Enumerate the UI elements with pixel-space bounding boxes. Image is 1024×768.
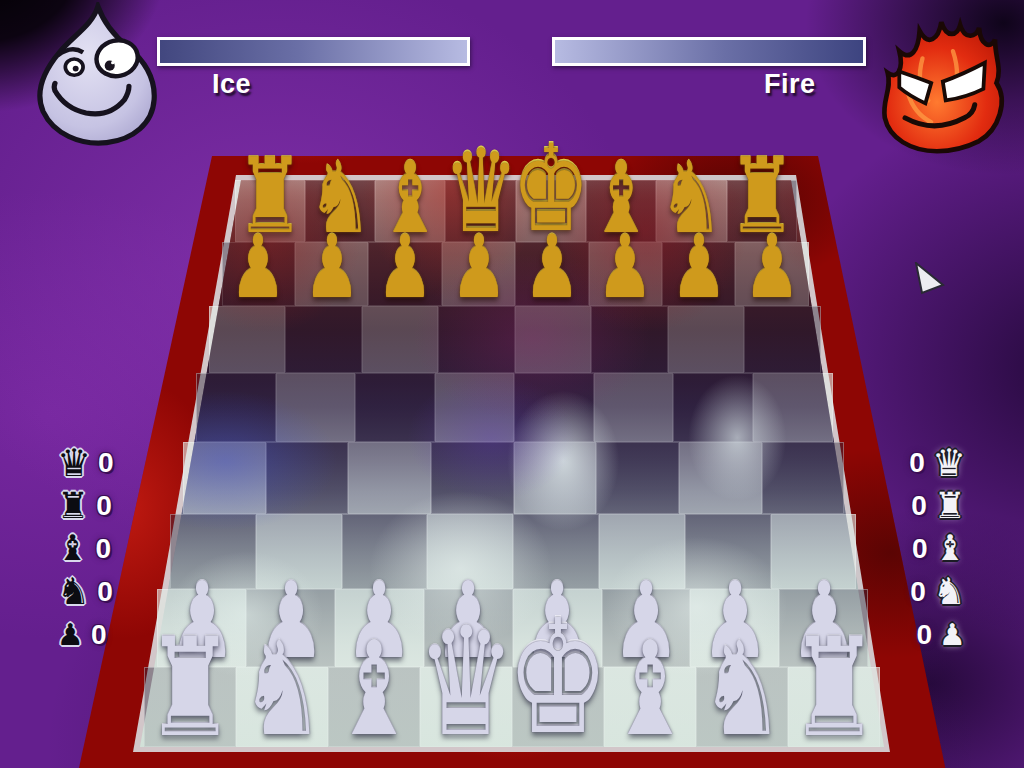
piece-fire-pawn[interactable]: ♟ xyxy=(377,231,434,305)
captured-count-rook: 0 xyxy=(96,490,112,522)
captured-right-pawn: 0♟ xyxy=(909,613,966,656)
captured-left-pawn: ♟0 xyxy=(57,613,114,656)
mouse-cursor-icon xyxy=(913,262,947,296)
square-d1[interactable]: ♛ xyxy=(420,667,512,747)
piece-ice-knight[interactable]: ♞ xyxy=(240,636,325,746)
ice-health-bar xyxy=(157,37,470,66)
piece-ice-knight[interactable]: ♞ xyxy=(700,636,785,746)
square-b7[interactable]: ♟ xyxy=(295,242,368,306)
captured-left-bishop: ♝0 xyxy=(57,527,114,570)
square-c7[interactable]: ♟ xyxy=(368,242,441,306)
pawn-icon: ♟ xyxy=(57,620,84,650)
fire-health-bar xyxy=(552,37,866,66)
square-a1[interactable]: ♜ xyxy=(144,667,236,747)
knight-icon: ♞ xyxy=(57,573,90,610)
captured-count-knight: 0 xyxy=(97,576,113,608)
captured-right-bishop: 0♝ xyxy=(909,527,966,570)
square-a4[interactable] xyxy=(183,442,266,514)
square-h1[interactable]: ♜ xyxy=(788,667,880,747)
captured-count-pawn: 0 xyxy=(917,619,933,651)
ice-health-fill xyxy=(160,40,467,63)
captured-right-queen: 0♛ xyxy=(909,441,966,484)
board-rank-4 xyxy=(183,442,844,514)
board-rank-1: ♜♞♝♛♚♝♞♜ xyxy=(144,667,880,747)
square-b4[interactable] xyxy=(266,442,349,514)
piece-fire-pawn[interactable]: ♟ xyxy=(303,231,360,305)
ice-avatar xyxy=(14,2,164,150)
captured-left-knight: ♞0 xyxy=(57,570,114,613)
bishop-icon: ♝ xyxy=(57,531,88,566)
piece-fire-pawn[interactable]: ♟ xyxy=(523,231,580,305)
square-a7[interactable]: ♟ xyxy=(222,242,295,306)
captured-count-queen: 0 xyxy=(98,447,114,479)
square-d5[interactable] xyxy=(435,373,515,443)
square-c1[interactable]: ♝ xyxy=(328,667,420,747)
queen-icon: ♛ xyxy=(932,444,966,482)
captured-count-rook: 0 xyxy=(911,490,927,522)
captured-count-bishop: 0 xyxy=(912,533,928,565)
square-g1[interactable]: ♞ xyxy=(696,667,788,747)
captured-count-bishop: 0 xyxy=(95,533,111,565)
square-g4[interactable] xyxy=(679,442,762,514)
ice-player-label: Ice xyxy=(212,69,251,100)
square-h7[interactable]: ♟ xyxy=(735,242,808,306)
captured-right-rook: 0♜ xyxy=(909,484,966,527)
fire-avatar xyxy=(862,12,1012,157)
square-h5[interactable] xyxy=(753,373,833,443)
square-b1[interactable]: ♞ xyxy=(236,667,328,747)
piece-fire-pawn[interactable]: ♟ xyxy=(670,231,727,305)
square-f5[interactable] xyxy=(594,373,674,443)
square-g7[interactable]: ♟ xyxy=(662,242,735,306)
square-e7[interactable]: ♟ xyxy=(515,242,588,306)
game-screen: Ice Fire ♜♞♝♛♚♝♞♜♟♟♟♟♟♟♟♟♟♟♟♟♟♟♟♟♜♞♝♛♚♝♞… xyxy=(0,0,1024,768)
square-d7[interactable]: ♟ xyxy=(442,242,515,306)
captured-left-rook: ♜0 xyxy=(57,484,114,527)
square-f1[interactable]: ♝ xyxy=(604,667,696,747)
piece-fire-pawn[interactable]: ♟ xyxy=(450,231,507,305)
square-c5[interactable] xyxy=(355,373,435,443)
captured-tray-left: ♛0♜0♝0♞0♟0 xyxy=(57,441,114,656)
piece-ice-king[interactable]: ♚ xyxy=(507,612,610,746)
captured-count-knight: 0 xyxy=(910,576,926,608)
square-d4[interactable] xyxy=(431,442,514,514)
square-b5[interactable] xyxy=(276,373,356,443)
knight-icon: ♞ xyxy=(933,573,966,610)
square-g5[interactable] xyxy=(673,373,753,443)
square-e5[interactable] xyxy=(514,373,594,443)
square-a5[interactable] xyxy=(196,373,276,443)
rook-icon: ♜ xyxy=(57,488,89,524)
board-rank-6 xyxy=(209,306,821,373)
captured-tray-right: 0♛0♜0♝0♞0♟ xyxy=(909,441,966,656)
fire-player-label: Fire xyxy=(764,69,816,100)
bishop-icon: ♝ xyxy=(935,531,966,566)
square-h4[interactable] xyxy=(762,442,845,514)
board-rank-5 xyxy=(196,373,833,443)
piece-fire-pawn[interactable]: ♟ xyxy=(597,231,654,305)
piece-ice-queen[interactable]: ♛ xyxy=(417,618,516,746)
piece-ice-bishop[interactable]: ♝ xyxy=(332,636,417,746)
piece-fire-pawn[interactable]: ♟ xyxy=(744,231,801,305)
piece-ice-bishop[interactable]: ♝ xyxy=(608,636,693,746)
square-f7[interactable]: ♟ xyxy=(589,242,662,306)
rook-icon: ♜ xyxy=(934,488,966,524)
piece-ice-rook[interactable]: ♜ xyxy=(789,630,879,746)
captured-left-queen: ♛0 xyxy=(57,441,114,484)
pawn-icon: ♟ xyxy=(939,620,966,650)
piece-fire-pawn[interactable]: ♟ xyxy=(230,231,287,305)
captured-count-queen: 0 xyxy=(909,447,925,479)
captured-count-pawn: 0 xyxy=(91,619,107,651)
square-c4[interactable] xyxy=(348,442,431,514)
piece-ice-rook[interactable]: ♜ xyxy=(146,630,236,746)
captured-right-knight: 0♞ xyxy=(909,570,966,613)
square-f4[interactable] xyxy=(596,442,679,514)
fire-health-fill xyxy=(555,40,863,63)
square-e1[interactable]: ♚ xyxy=(512,667,604,747)
queen-icon: ♛ xyxy=(57,444,91,482)
square-e4[interactable] xyxy=(514,442,597,514)
